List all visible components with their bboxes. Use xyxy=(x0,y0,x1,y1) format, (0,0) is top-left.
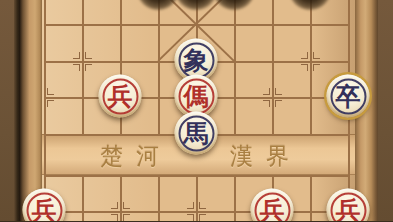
grid-vline xyxy=(82,0,84,135)
point-marker xyxy=(275,100,282,107)
point-marker xyxy=(313,52,320,59)
piece-glyph: 卒 xyxy=(336,84,361,109)
point-marker xyxy=(263,88,270,95)
point-marker xyxy=(199,214,206,221)
piece-glyph: 兵 xyxy=(260,198,285,222)
point-marker xyxy=(73,52,80,59)
grid-vline xyxy=(234,175,236,221)
point-marker xyxy=(123,214,130,221)
piece-black-soldier[interactable]: 卒 xyxy=(327,75,370,118)
board-frame-left xyxy=(14,0,42,221)
point-marker xyxy=(263,100,270,107)
piece-glyph: 兵 xyxy=(32,198,57,222)
piece-glyph: 兵 xyxy=(108,84,133,109)
river-label-right: 漢界 xyxy=(230,143,302,169)
grid-vline xyxy=(158,0,160,135)
point-marker xyxy=(199,202,206,209)
point-marker xyxy=(301,64,308,71)
point-marker xyxy=(47,100,54,107)
point-marker xyxy=(111,214,118,221)
grid-vline xyxy=(120,175,122,221)
point-marker xyxy=(187,214,194,221)
point-marker xyxy=(123,202,130,209)
point-marker xyxy=(73,64,80,71)
piece-glyph: 兵 xyxy=(336,198,361,222)
grid-vline xyxy=(196,175,198,221)
grid-vline xyxy=(234,0,236,135)
piece-glyph: 馬 xyxy=(184,121,209,146)
river-label-left: 楚河 xyxy=(100,143,172,169)
grid-vline xyxy=(272,0,274,135)
grid-vline xyxy=(310,175,312,221)
grid-vline xyxy=(158,175,160,221)
xiangqi-game-screen: 楚河 漢界 象兵傌卒馬兵兵兵 xyxy=(0,0,393,221)
point-marker xyxy=(301,52,308,59)
point-marker xyxy=(85,52,92,59)
point-marker xyxy=(275,88,282,95)
piece-glyph: 傌 xyxy=(184,84,209,109)
grid-vline xyxy=(82,175,84,221)
point-marker xyxy=(111,202,118,209)
grid-vline xyxy=(310,0,312,135)
piece-black-horse[interactable]: 馬 xyxy=(175,112,218,155)
point-marker xyxy=(187,202,194,209)
point-marker xyxy=(47,88,54,95)
piece-red-soldier[interactable]: 兵 xyxy=(99,75,142,118)
point-marker xyxy=(85,64,92,71)
piece-glyph: 象 xyxy=(184,48,209,73)
point-marker xyxy=(313,64,320,71)
